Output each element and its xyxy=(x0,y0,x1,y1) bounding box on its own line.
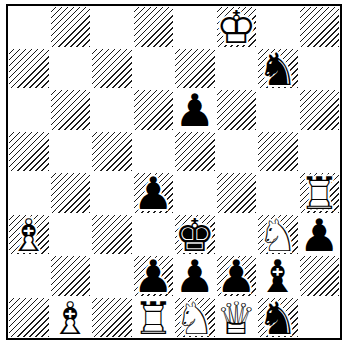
square-d1[interactable]: ♜♖ xyxy=(133,297,175,339)
square-f3[interactable] xyxy=(216,214,258,256)
black-pawn-f2[interactable]: ♟♟ xyxy=(216,255,258,297)
square-a2[interactable] xyxy=(8,255,50,297)
square-a8[interactable] xyxy=(8,6,50,48)
square-c6[interactable] xyxy=(91,89,133,131)
square-e4[interactable] xyxy=(174,172,216,214)
black-pawn-d4[interactable]: ♟♟ xyxy=(133,172,175,214)
chess-board: ♚♔♞♞♟♟♟♟♜♖♝♗♚♚♞♘♟♟♟♟♟♟♟♟♝♝♝♗♜♖♞♘♛♕♞♞ xyxy=(8,6,340,338)
black-pawn-glyph: ♟ xyxy=(133,172,173,217)
square-h6[interactable] xyxy=(299,89,341,131)
black-knight-g1[interactable]: ♞♞ xyxy=(257,297,299,339)
square-a3[interactable]: ♝♗ xyxy=(8,214,50,256)
square-d3[interactable] xyxy=(133,214,175,256)
square-d4[interactable]: ♟♟ xyxy=(133,172,175,214)
white-rook-h4[interactable]: ♜♖ xyxy=(299,172,341,214)
square-g8[interactable] xyxy=(257,6,299,48)
square-b2[interactable] xyxy=(50,255,92,297)
square-e2[interactable]: ♟♟ xyxy=(174,255,216,297)
square-e5[interactable] xyxy=(174,131,216,173)
square-g5[interactable] xyxy=(257,131,299,173)
black-pawn-glyph: ♟ xyxy=(299,213,339,258)
white-bishop-a3[interactable]: ♝♗ xyxy=(8,214,50,256)
square-c7[interactable] xyxy=(91,48,133,90)
square-b7[interactable] xyxy=(50,48,92,90)
white-rook-d1[interactable]: ♜♖ xyxy=(133,297,175,339)
square-f1[interactable]: ♛♕ xyxy=(216,297,258,339)
square-g3[interactable]: ♞♘ xyxy=(257,214,299,256)
white-queen-f1[interactable]: ♛♕ xyxy=(216,297,258,339)
black-knight-glyph: ♞ xyxy=(258,296,298,341)
square-g7[interactable]: ♞♞ xyxy=(257,48,299,90)
square-f2[interactable]: ♟♟ xyxy=(216,255,258,297)
square-a4[interactable] xyxy=(8,172,50,214)
square-g4[interactable] xyxy=(257,172,299,214)
square-d6[interactable] xyxy=(133,89,175,131)
white-knight-g3[interactable]: ♞♘ xyxy=(257,214,299,256)
square-c3[interactable] xyxy=(91,214,133,256)
square-h7[interactable] xyxy=(299,48,341,90)
square-b3[interactable] xyxy=(50,214,92,256)
square-a7[interactable] xyxy=(8,48,50,90)
square-g2[interactable]: ♝♝ xyxy=(257,255,299,297)
black-knight-g7[interactable]: ♞♞ xyxy=(257,48,299,90)
square-h8[interactable] xyxy=(299,6,341,48)
square-f7[interactable] xyxy=(216,48,258,90)
black-pawn-h3[interactable]: ♟♟ xyxy=(299,214,341,256)
square-f8[interactable]: ♚♔ xyxy=(216,6,258,48)
square-e3[interactable]: ♚♚ xyxy=(174,214,216,256)
square-f5[interactable] xyxy=(216,131,258,173)
square-b5[interactable] xyxy=(50,131,92,173)
square-c8[interactable] xyxy=(91,6,133,48)
square-b1[interactable]: ♝♗ xyxy=(50,297,92,339)
square-d2[interactable]: ♟♟ xyxy=(133,255,175,297)
square-d5[interactable] xyxy=(133,131,175,173)
white-king-f8[interactable]: ♚♔ xyxy=(216,6,258,48)
square-h2[interactable] xyxy=(299,255,341,297)
square-f4[interactable] xyxy=(216,172,258,214)
black-knight-glyph: ♞ xyxy=(258,47,298,92)
black-pawn-e2[interactable]: ♟♟ xyxy=(174,255,216,297)
square-c2[interactable] xyxy=(91,255,133,297)
square-g1[interactable]: ♞♞ xyxy=(257,297,299,339)
square-h3[interactable]: ♟♟ xyxy=(299,214,341,256)
square-f6[interactable] xyxy=(216,89,258,131)
square-h5[interactable] xyxy=(299,131,341,173)
white-bishop-glyph: ♗ xyxy=(9,213,49,258)
square-h4[interactable]: ♜♖ xyxy=(299,172,341,214)
square-e6[interactable]: ♟♟ xyxy=(174,89,216,131)
square-c5[interactable] xyxy=(91,131,133,173)
square-b6[interactable] xyxy=(50,89,92,131)
white-king-glyph: ♔ xyxy=(216,6,256,51)
white-bishop-b1[interactable]: ♝♗ xyxy=(50,297,92,339)
square-b4[interactable] xyxy=(50,172,92,214)
square-e1[interactable]: ♞♘ xyxy=(174,297,216,339)
black-pawn-d2[interactable]: ♟♟ xyxy=(133,255,175,297)
square-e7[interactable] xyxy=(174,48,216,90)
square-d7[interactable] xyxy=(133,48,175,90)
white-rook-glyph: ♖ xyxy=(133,296,173,341)
board-frame: ♚♔♞♞♟♟♟♟♜♖♝♗♚♚♞♘♟♟♟♟♟♟♟♟♝♝♝♗♜♖♞♘♛♕♞♞ xyxy=(6,4,342,340)
square-g6[interactable] xyxy=(257,89,299,131)
white-bishop-glyph: ♗ xyxy=(50,296,90,341)
black-pawn-glyph: ♟ xyxy=(175,89,215,134)
square-a6[interactable] xyxy=(8,89,50,131)
square-a1[interactable] xyxy=(8,297,50,339)
square-c4[interactable] xyxy=(91,172,133,214)
square-a5[interactable] xyxy=(8,131,50,173)
black-pawn-e6[interactable]: ♟♟ xyxy=(174,89,216,131)
square-d8[interactable] xyxy=(133,6,175,48)
white-knight-e1[interactable]: ♞♘ xyxy=(174,297,216,339)
white-knight-glyph: ♘ xyxy=(175,296,215,341)
square-h1[interactable] xyxy=(299,297,341,339)
square-c1[interactable] xyxy=(91,297,133,339)
square-e8[interactable] xyxy=(174,6,216,48)
black-king-e3[interactable]: ♚♚ xyxy=(174,214,216,256)
square-b8[interactable] xyxy=(50,6,92,48)
black-bishop-g2[interactable]: ♝♝ xyxy=(257,255,299,297)
white-queen-glyph: ♕ xyxy=(216,296,256,341)
